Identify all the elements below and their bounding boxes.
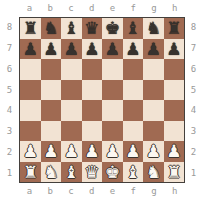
rank-labels-left: 87654321	[3, 17, 16, 183]
piece-white-pawn: ♟	[84, 141, 99, 161]
rank-label-3: 3	[3, 121, 16, 142]
square-b8[interactable]: ♞	[41, 18, 62, 39]
rank-label-2: 2	[187, 142, 200, 163]
square-h8[interactable]: ♜	[164, 18, 185, 39]
square-c6[interactable]	[61, 59, 82, 80]
piece-black-pawn: ♟	[166, 39, 181, 59]
square-b6[interactable]	[41, 59, 62, 80]
square-g1[interactable]: ♞	[143, 162, 164, 183]
piece-black-pawn: ♟	[105, 39, 120, 59]
chess-diagram: abcdefgh 87654321 ♜♞♝♛♚♝♞♜♟♟♟♟♟♟♟♟♟♟♟♟♟♟…	[0, 0, 200, 200]
rank-label-5: 5	[187, 79, 200, 100]
rank-label-1: 1	[187, 162, 200, 183]
square-f6[interactable]	[123, 59, 144, 80]
piece-white-king: ♚	[105, 162, 120, 182]
square-h1[interactable]: ♜	[164, 162, 185, 183]
square-g8[interactable]: ♞	[143, 18, 164, 39]
file-label-b: b	[40, 185, 61, 198]
square-h2[interactable]: ♟	[164, 141, 185, 162]
square-d6[interactable]	[82, 59, 103, 80]
square-f4[interactable]	[123, 100, 144, 121]
file-label-c: c	[61, 2, 82, 15]
square-c1[interactable]: ♝	[61, 162, 82, 183]
square-h5[interactable]	[164, 80, 185, 101]
square-g5[interactable]	[143, 80, 164, 101]
file-labels-top: abcdefgh	[19, 2, 185, 15]
piece-white-bishop: ♝	[64, 162, 79, 182]
piece-white-knight: ♞	[43, 162, 58, 182]
square-d4[interactable]	[82, 100, 103, 121]
square-e8[interactable]: ♚	[102, 18, 123, 39]
file-label-h: h	[164, 185, 185, 198]
rank-labels-right: 87654321	[187, 17, 200, 183]
square-g2[interactable]: ♟	[143, 141, 164, 162]
rank-label-6: 6	[3, 59, 16, 80]
chess-board: ♜♞♝♛♚♝♞♜♟♟♟♟♟♟♟♟♟♟♟♟♟♟♟♟♜♞♝♛♚♝♞♜	[19, 17, 185, 183]
square-a8[interactable]: ♜	[20, 18, 41, 39]
file-label-a: a	[19, 185, 40, 198]
piece-black-queen: ♛	[84, 18, 99, 38]
file-label-g: g	[144, 2, 165, 15]
square-a2[interactable]: ♟	[20, 141, 41, 162]
file-label-e: e	[102, 185, 123, 198]
square-g6[interactable]	[143, 59, 164, 80]
square-h3[interactable]	[164, 121, 185, 142]
square-d8[interactable]: ♛	[82, 18, 103, 39]
piece-white-pawn: ♟	[64, 141, 79, 161]
file-label-e: e	[102, 2, 123, 15]
rank-label-6: 6	[187, 59, 200, 80]
piece-white-pawn: ♟	[43, 141, 58, 161]
piece-black-pawn: ♟	[23, 39, 38, 59]
square-e1[interactable]: ♚	[102, 162, 123, 183]
file-label-a: a	[19, 2, 40, 15]
piece-white-pawn: ♟	[105, 141, 120, 161]
square-f7[interactable]: ♟	[123, 39, 144, 60]
rank-label-1: 1	[3, 162, 16, 183]
square-d7[interactable]: ♟	[82, 39, 103, 60]
square-e3[interactable]	[102, 121, 123, 142]
piece-white-queen: ♛	[84, 162, 99, 182]
square-d1[interactable]: ♛	[82, 162, 103, 183]
square-a5[interactable]	[20, 80, 41, 101]
square-c8[interactable]: ♝	[61, 18, 82, 39]
piece-black-pawn: ♟	[146, 39, 161, 59]
square-g3[interactable]	[143, 121, 164, 142]
square-g4[interactable]	[143, 100, 164, 121]
square-f5[interactable]	[123, 80, 144, 101]
square-e2[interactable]: ♟	[102, 141, 123, 162]
rank-label-4: 4	[187, 100, 200, 121]
square-e7[interactable]: ♟	[102, 39, 123, 60]
square-e5[interactable]	[102, 80, 123, 101]
square-a6[interactable]	[20, 59, 41, 80]
square-d2[interactable]: ♟	[82, 141, 103, 162]
piece-black-pawn: ♟	[125, 39, 140, 59]
piece-black-rook: ♜	[166, 18, 181, 38]
square-c3[interactable]	[61, 121, 82, 142]
piece-white-pawn: ♟	[125, 141, 140, 161]
piece-black-bishop: ♝	[125, 18, 140, 38]
file-label-f: f	[123, 2, 144, 15]
square-c5[interactable]	[61, 80, 82, 101]
piece-white-pawn: ♟	[146, 141, 161, 161]
square-c2[interactable]: ♟	[61, 141, 82, 162]
square-b4[interactable]	[41, 100, 62, 121]
square-d3[interactable]	[82, 121, 103, 142]
file-label-h: h	[164, 2, 185, 15]
square-h6[interactable]	[164, 59, 185, 80]
file-label-d: d	[81, 185, 102, 198]
piece-white-rook: ♜	[166, 162, 181, 182]
square-b2[interactable]: ♟	[41, 141, 62, 162]
square-b5[interactable]	[41, 80, 62, 101]
square-e4[interactable]	[102, 100, 123, 121]
square-a4[interactable]	[20, 100, 41, 121]
square-b3[interactable]	[41, 121, 62, 142]
piece-white-rook: ♜	[23, 162, 38, 182]
square-c4[interactable]	[61, 100, 82, 121]
rank-label-5: 5	[3, 79, 16, 100]
square-a7[interactable]: ♟	[20, 39, 41, 60]
piece-black-knight: ♞	[146, 18, 161, 38]
square-e6[interactable]	[102, 59, 123, 80]
piece-white-bishop: ♝	[125, 162, 140, 182]
rank-label-8: 8	[187, 17, 200, 38]
piece-black-pawn: ♟	[64, 39, 79, 59]
piece-black-rook: ♜	[23, 18, 38, 38]
piece-white-pawn: ♟	[23, 141, 38, 161]
square-b1[interactable]: ♞	[41, 162, 62, 183]
piece-white-knight: ♞	[146, 162, 161, 182]
rank-label-3: 3	[187, 121, 200, 142]
rank-label-4: 4	[3, 100, 16, 121]
piece-white-pawn: ♟	[166, 141, 181, 161]
piece-black-bishop: ♝	[64, 18, 79, 38]
rank-label-7: 7	[3, 38, 16, 59]
piece-black-king: ♚	[105, 18, 120, 38]
square-a1[interactable]: ♜	[20, 162, 41, 183]
square-f8[interactable]: ♝	[123, 18, 144, 39]
rank-label-8: 8	[3, 17, 16, 38]
file-label-d: d	[81, 2, 102, 15]
square-h7[interactable]: ♟	[164, 39, 185, 60]
square-h4[interactable]	[164, 100, 185, 121]
square-f2[interactable]: ♟	[123, 141, 144, 162]
square-f3[interactable]	[123, 121, 144, 142]
piece-black-pawn: ♟	[84, 39, 99, 59]
rank-label-2: 2	[3, 142, 16, 163]
square-f1[interactable]: ♝	[123, 162, 144, 183]
square-a3[interactable]	[20, 121, 41, 142]
file-labels-bottom: abcdefgh	[19, 185, 185, 198]
square-g7[interactable]: ♟	[143, 39, 164, 60]
piece-black-pawn: ♟	[43, 39, 58, 59]
file-label-f: f	[123, 185, 144, 198]
piece-black-knight: ♞	[43, 18, 58, 38]
rank-label-7: 7	[187, 38, 200, 59]
square-d5[interactable]	[82, 80, 103, 101]
file-label-c: c	[61, 185, 82, 198]
file-label-g: g	[144, 185, 165, 198]
file-label-b: b	[40, 2, 61, 15]
square-b7[interactable]: ♟	[41, 39, 62, 60]
square-c7[interactable]: ♟	[61, 39, 82, 60]
